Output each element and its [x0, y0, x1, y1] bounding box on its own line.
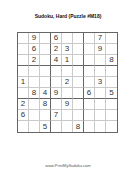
cell-r8c5	[62, 110, 73, 121]
cell-r8c8	[95, 110, 106, 121]
cell-r4c4	[51, 66, 62, 77]
cell-r8c4: 7	[51, 110, 62, 121]
cell-r9c4	[51, 121, 62, 132]
cell-r3c9: 8	[106, 55, 117, 66]
cell-r8c2	[29, 110, 40, 121]
cell-r6c2: 8	[29, 88, 40, 99]
cell-r6c1	[18, 88, 29, 99]
cell-r2c5: 3	[62, 44, 73, 55]
cell-r4c5	[62, 66, 73, 77]
cell-r7c7	[84, 99, 95, 110]
cell-r3c6	[73, 55, 84, 66]
cell-r1c5	[62, 33, 73, 44]
cell-r6c9: 5	[106, 88, 117, 99]
cell-r1c8: 7	[95, 33, 106, 44]
cell-r2c8: 9	[95, 44, 106, 55]
printable-sudoku-page: Sudoku, Hard (Puzzle #M18) 9676239241812…	[0, 0, 136, 176]
cell-r5c1: 1	[18, 77, 29, 88]
cell-r8c1: 6	[18, 110, 29, 121]
cell-r9c2	[29, 121, 40, 132]
cell-r3c1	[18, 55, 29, 66]
cell-r3c2: 2	[29, 55, 40, 66]
cell-r7c2	[29, 99, 40, 110]
cell-r8c7	[84, 110, 95, 121]
cell-r7c8	[95, 99, 106, 110]
cell-r2c7	[84, 44, 95, 55]
cell-r5c7	[84, 77, 95, 88]
cell-r5c8: 3	[95, 77, 106, 88]
cell-r2c6	[73, 44, 84, 55]
cell-r8c3	[40, 110, 51, 121]
cell-r3c4: 4	[51, 55, 62, 66]
cell-r2c2: 6	[29, 44, 40, 55]
cell-r8c9	[106, 110, 117, 121]
cell-r3c3	[40, 55, 51, 66]
cell-r6c5	[62, 88, 73, 99]
cell-r9c5	[62, 121, 73, 132]
cell-r5c5: 2	[62, 77, 73, 88]
cell-r7c4	[51, 99, 62, 110]
cell-r3c5: 1	[62, 55, 73, 66]
cell-r7c9	[106, 99, 117, 110]
cell-r9c7	[84, 121, 95, 132]
cell-r2c4: 2	[51, 44, 62, 55]
cell-r4c8	[95, 66, 106, 77]
cell-r1c2: 9	[29, 33, 40, 44]
cell-r6c3: 4	[40, 88, 51, 99]
cell-r2c3	[40, 44, 51, 55]
cell-r1c4: 6	[51, 33, 62, 44]
cell-r5c9	[106, 77, 117, 88]
cell-r1c3	[40, 33, 51, 44]
cell-r9c3: 5	[40, 121, 51, 132]
cell-r7c6	[73, 99, 84, 110]
cell-r5c6	[73, 77, 84, 88]
cell-r9c6: 8	[73, 121, 84, 132]
cell-r6c8	[95, 88, 106, 99]
cell-r9c1	[18, 121, 29, 132]
cell-r4c1	[18, 66, 29, 77]
cell-r4c7	[84, 66, 95, 77]
cell-r1c9	[106, 33, 117, 44]
sudoku-board: 96762392418123849652896758	[17, 32, 118, 133]
footer-url: www.PrintMySudoku.com	[0, 163, 136, 168]
cell-r5c3	[40, 77, 51, 88]
cell-r5c2	[29, 77, 40, 88]
cell-r7c5: 9	[62, 99, 73, 110]
cell-r6c4: 9	[51, 88, 62, 99]
cell-r3c8	[95, 55, 106, 66]
cell-r1c1	[18, 33, 29, 44]
cell-r7c3: 8	[40, 99, 51, 110]
cell-r6c6	[73, 88, 84, 99]
cell-r2c1	[18, 44, 29, 55]
cell-r9c8	[95, 121, 106, 132]
cell-r2c9	[106, 44, 117, 55]
cell-r4c9	[106, 66, 117, 77]
puzzle-title: Sudoku, Hard (Puzzle #M18)	[0, 13, 136, 19]
cell-r3c7	[84, 55, 95, 66]
cell-r9c9	[106, 121, 117, 132]
cell-r8c6	[73, 110, 84, 121]
cell-r7c1: 2	[18, 99, 29, 110]
cell-r6c7: 6	[84, 88, 95, 99]
cell-r1c7	[84, 33, 95, 44]
cell-r4c6	[73, 66, 84, 77]
cell-r5c4	[51, 77, 62, 88]
cell-r4c2	[29, 66, 40, 77]
cell-r4c3	[40, 66, 51, 77]
cell-r1c6	[73, 33, 84, 44]
